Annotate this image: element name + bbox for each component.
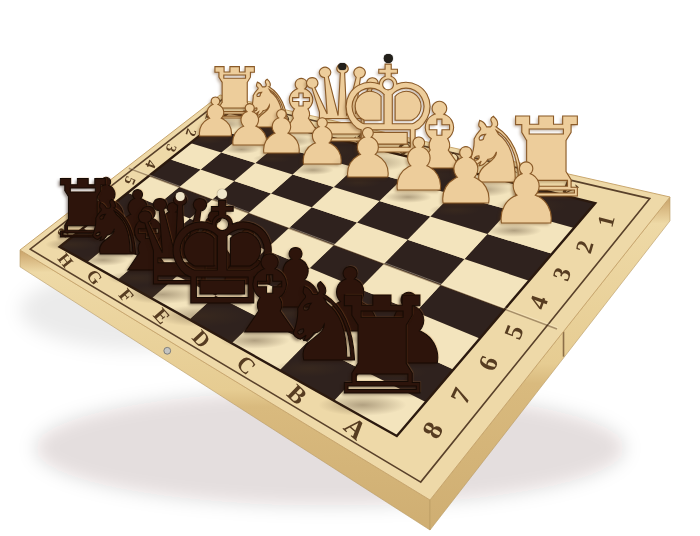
chess-set-photo: AABBCCDDEEFFGGHH8877665544332211♜♟♞♟♝♟♟♜…: [0, 0, 700, 536]
piece-white-pawn-a2[interactable]: ♟: [476, 153, 577, 237]
black-king-finial-tip: [217, 189, 227, 199]
white-king-finial-tip: [384, 54, 392, 62]
hinge-pin: [164, 347, 171, 354]
piece-black-rook-a8[interactable]: ♜: [302, 280, 463, 414]
